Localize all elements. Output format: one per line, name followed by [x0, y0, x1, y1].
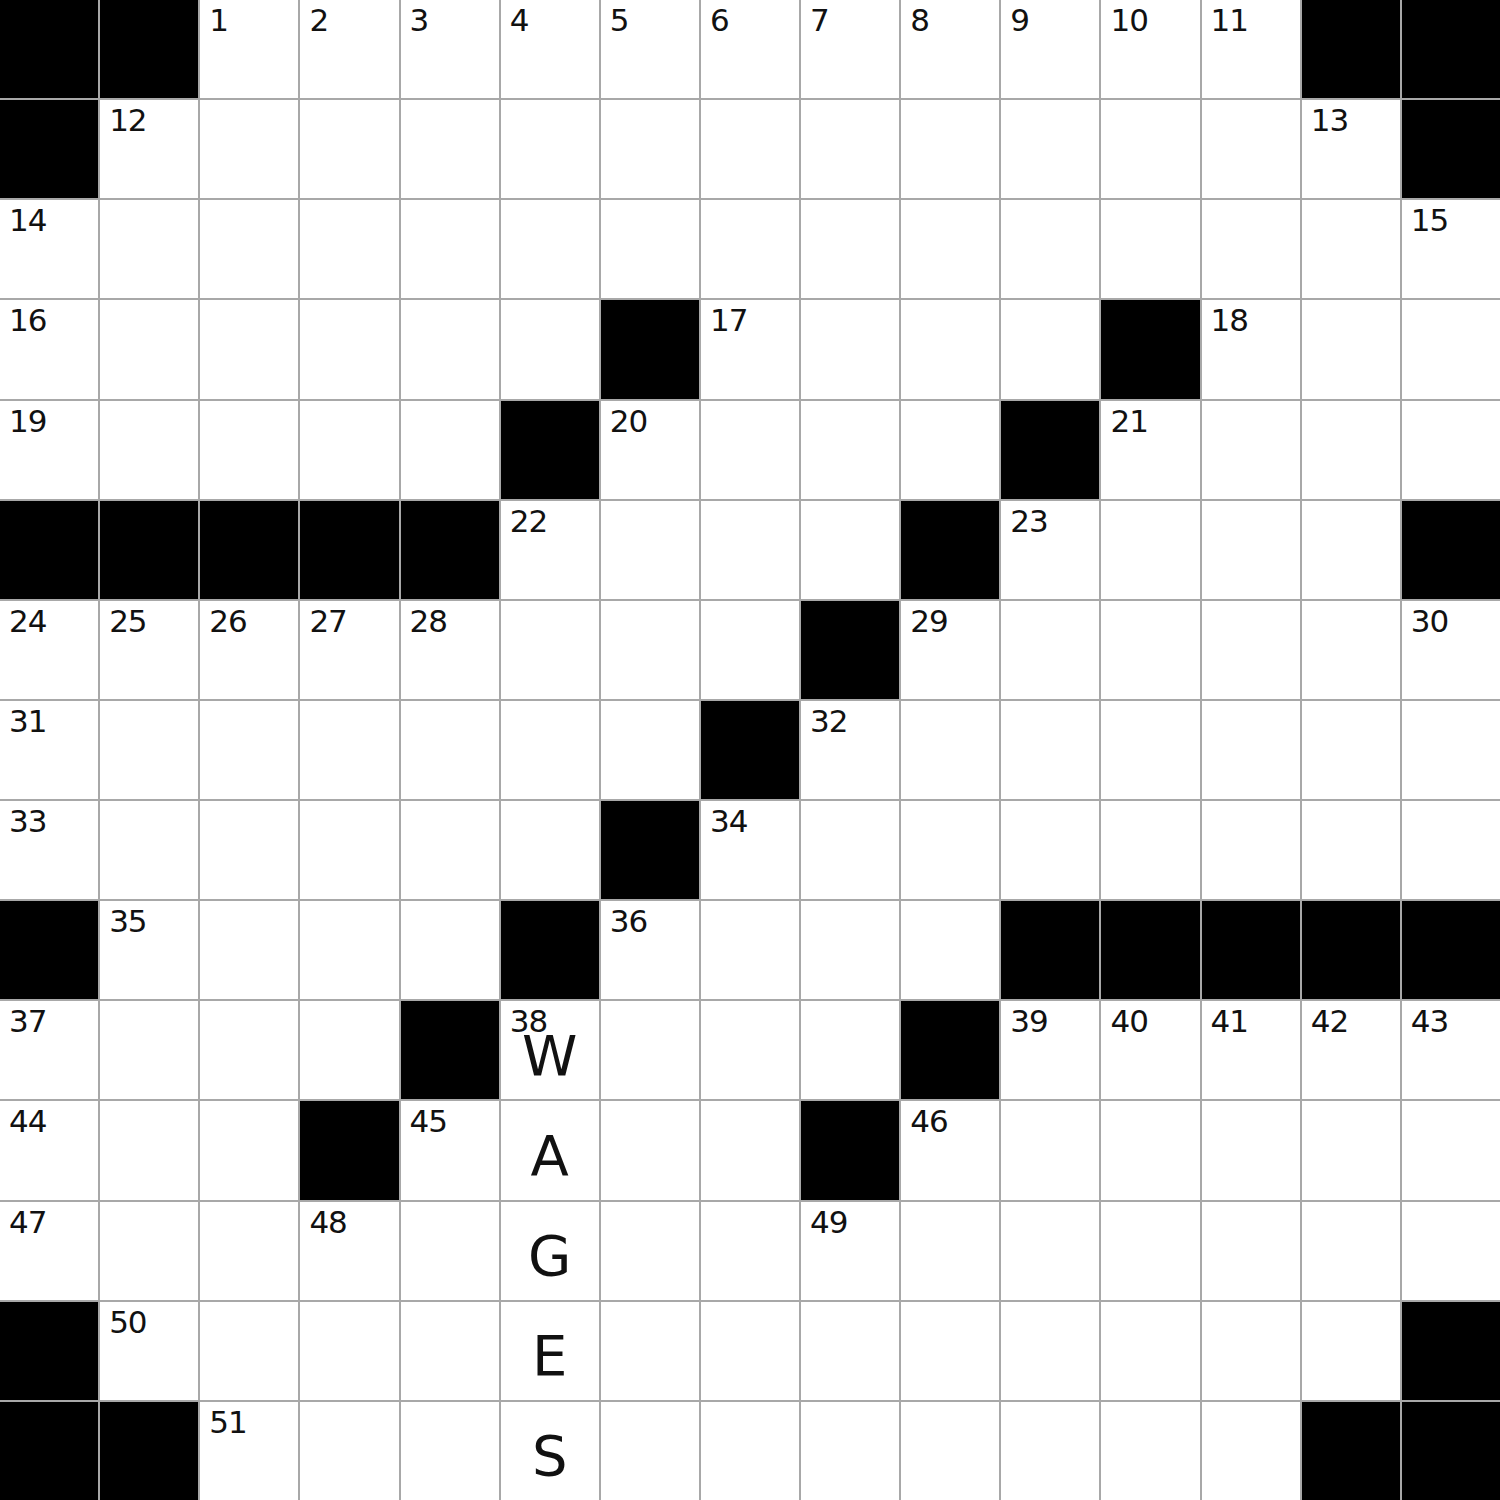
cell-r1c6[interactable]: 4 [501, 0, 599, 98]
cell-r7c1[interactable]: 24 [0, 601, 98, 699]
cell-r13c4[interactable]: 48 [300, 1202, 398, 1300]
clue-number-17: 17 [710, 305, 747, 336]
black-cell-r14c15 [1402, 1302, 1500, 1400]
clue-number-33: 33 [9, 806, 46, 837]
cell-r9c5[interactable] [401, 801, 499, 899]
cell-r11c6[interactable]: 38W [501, 1001, 599, 1099]
cell-r5c14[interactable] [1302, 401, 1400, 499]
black-cell-r10c15 [1402, 901, 1500, 999]
cell-r2c12[interactable] [1101, 100, 1199, 198]
clue-number-5: 5 [610, 5, 629, 36]
cell-r3c4[interactable] [300, 200, 398, 298]
cell-r10c2[interactable]: 35 [100, 901, 198, 999]
cell-r1c9[interactable]: 7 [801, 0, 899, 98]
clue-number-14: 14 [9, 205, 46, 236]
black-cell-r15c15 [1402, 1402, 1500, 1500]
cell-r15c6[interactable]: S [501, 1402, 599, 1500]
black-cell-r12c9 [801, 1101, 899, 1199]
cell-r9c14[interactable] [1302, 801, 1400, 899]
cell-r5c8[interactable] [701, 401, 799, 499]
cell-r5c1[interactable]: 19 [0, 401, 98, 499]
cell-r12c1[interactable]: 44 [0, 1101, 98, 1199]
clue-number-21: 21 [1110, 406, 1147, 437]
black-cell-r4c7 [601, 300, 699, 398]
cell-r2c3[interactable] [200, 100, 298, 198]
clue-number-2: 2 [309, 5, 328, 36]
cell-r15c9[interactable] [801, 1402, 899, 1500]
cell-r5c9[interactable] [801, 401, 899, 499]
cell-r10c4[interactable] [300, 901, 398, 999]
cell-r7c5[interactable]: 28 [401, 601, 499, 699]
cell-r8c9[interactable]: 32 [801, 701, 899, 799]
cell-r6c13[interactable] [1202, 501, 1300, 599]
cell-r9c3[interactable] [200, 801, 298, 899]
clue-number-49: 49 [810, 1207, 847, 1238]
cell-r7c11[interactable] [1001, 601, 1099, 699]
cell-r13c3[interactable] [200, 1202, 298, 1300]
black-cell-r5c6 [501, 401, 599, 499]
cell-r8c14[interactable] [1302, 701, 1400, 799]
cell-r15c8[interactable] [701, 1402, 799, 1500]
cell-r5c2[interactable] [100, 401, 198, 499]
black-cell-r4c12 [1101, 300, 1199, 398]
clue-number-47: 47 [9, 1207, 46, 1238]
black-cell-r2c1 [0, 100, 98, 198]
black-cell-r10c1 [0, 901, 98, 999]
cell-r13c11[interactable] [1001, 1202, 1099, 1300]
cell-r13c2[interactable] [100, 1202, 198, 1300]
cell-r8c13[interactable] [1202, 701, 1300, 799]
cell-r4c15[interactable] [1402, 300, 1500, 398]
cell-r8c1[interactable]: 31 [0, 701, 98, 799]
cell-r4c4[interactable] [300, 300, 398, 398]
cell-r3c6[interactable] [501, 200, 599, 298]
cell-r15c12[interactable] [1101, 1402, 1199, 1500]
cell-r14c7[interactable] [601, 1302, 699, 1400]
filled-letter-s: S [501, 1402, 599, 1500]
cell-r9c8[interactable]: 34 [701, 801, 799, 899]
clue-number-34: 34 [710, 806, 747, 837]
clue-number-15: 15 [1411, 205, 1448, 236]
cell-r14c10[interactable] [901, 1302, 999, 1400]
cell-r12c7[interactable] [601, 1101, 699, 1199]
cell-r6c8[interactable] [701, 501, 799, 599]
black-cell-r11c10 [901, 1001, 999, 1099]
cell-r8c7[interactable] [601, 701, 699, 799]
filled-letter-a: A [501, 1101, 599, 1199]
cell-r10c8[interactable] [701, 901, 799, 999]
cell-r1c12[interactable]: 10 [1101, 0, 1199, 98]
cell-r7c8[interactable] [701, 601, 799, 699]
black-cell-r1c2 [100, 0, 198, 98]
cell-r2c7[interactable] [601, 100, 699, 198]
cell-r13c15[interactable] [1402, 1202, 1500, 1300]
cell-r14c13[interactable] [1202, 1302, 1300, 1400]
cell-r1c8[interactable]: 6 [701, 0, 799, 98]
cell-r14c12[interactable] [1101, 1302, 1199, 1400]
cell-r7c4[interactable]: 27 [300, 601, 398, 699]
cell-r12c10[interactable]: 46 [901, 1101, 999, 1199]
cell-r4c14[interactable] [1302, 300, 1400, 398]
cell-r3c10[interactable] [901, 200, 999, 298]
cell-r8c6[interactable] [501, 701, 599, 799]
cell-r6c6[interactable]: 22 [501, 501, 599, 599]
black-cell-r6c5 [401, 501, 499, 599]
cell-r4c6[interactable] [501, 300, 599, 398]
cell-r2c10[interactable] [901, 100, 999, 198]
cell-r11c15[interactable]: 43 [1402, 1001, 1500, 1099]
black-cell-r12c4 [300, 1101, 398, 1199]
crossword-board: 1234567891011121314151617181920212223242… [0, 0, 1500, 1500]
black-cell-r6c10 [901, 501, 999, 599]
clue-number-27: 27 [309, 606, 346, 637]
cell-r10c3[interactable] [200, 901, 298, 999]
cell-r7c7[interactable] [601, 601, 699, 699]
cell-r3c13[interactable] [1202, 200, 1300, 298]
clue-number-43: 43 [1411, 1006, 1448, 1037]
cell-r9c11[interactable] [1001, 801, 1099, 899]
cell-r4c10[interactable] [901, 300, 999, 398]
clue-number-8: 8 [910, 5, 929, 36]
cell-r3c14[interactable] [1302, 200, 1400, 298]
cell-r11c7[interactable] [601, 1001, 699, 1099]
cell-r3c1[interactable]: 14 [0, 200, 98, 298]
cell-r15c10[interactable] [901, 1402, 999, 1500]
cell-r5c3[interactable] [200, 401, 298, 499]
clue-number-30: 30 [1411, 606, 1448, 637]
cell-r12c3[interactable] [200, 1101, 298, 1199]
cell-r11c11[interactable]: 39 [1001, 1001, 1099, 1099]
cell-r1c10[interactable]: 8 [901, 0, 999, 98]
cell-r12c2[interactable] [100, 1101, 198, 1199]
cell-r5c15[interactable] [1402, 401, 1500, 499]
cell-r12c8[interactable] [701, 1101, 799, 1199]
cell-r12c12[interactable] [1101, 1101, 1199, 1199]
cell-r13c8[interactable] [701, 1202, 799, 1300]
cell-r4c3[interactable] [200, 300, 298, 398]
black-cell-r15c14 [1302, 1402, 1400, 1500]
cell-r14c11[interactable] [1001, 1302, 1099, 1400]
clue-number-44: 44 [9, 1106, 46, 1137]
clue-number-7: 7 [810, 5, 829, 36]
cell-r13c14[interactable] [1302, 1202, 1400, 1300]
cell-r12c14[interactable] [1302, 1101, 1400, 1199]
cell-r4c11[interactable] [1001, 300, 1099, 398]
clue-number-37: 37 [9, 1006, 46, 1037]
clue-number-24: 24 [9, 606, 46, 637]
cell-r14c5[interactable] [401, 1302, 499, 1400]
cell-r12c11[interactable] [1001, 1101, 1099, 1199]
cell-r13c5[interactable] [401, 1202, 499, 1300]
cell-r3c15[interactable]: 15 [1402, 200, 1500, 298]
clue-number-39: 39 [1010, 1006, 1047, 1037]
black-cell-r1c14 [1302, 0, 1400, 98]
black-cell-r5c11 [1001, 401, 1099, 499]
cell-r6c11[interactable]: 23 [1001, 501, 1099, 599]
black-cell-r10c14 [1302, 901, 1400, 999]
cell-r11c12[interactable]: 40 [1101, 1001, 1199, 1099]
cell-r8c5[interactable] [401, 701, 499, 799]
cell-r6c14[interactable] [1302, 501, 1400, 599]
cell-r5c5[interactable] [401, 401, 499, 499]
cell-r12c15[interactable] [1402, 1101, 1500, 1199]
clue-number-46: 46 [910, 1106, 947, 1137]
cell-r4c1[interactable]: 16 [0, 300, 98, 398]
clue-number-31: 31 [9, 706, 46, 737]
filled-letter-w: W [501, 1001, 599, 1099]
cell-r15c3[interactable]: 51 [200, 1402, 298, 1500]
cell-r9c2[interactable] [100, 801, 198, 899]
cell-r13c13[interactable] [1202, 1202, 1300, 1300]
cell-r8c2[interactable] [100, 701, 198, 799]
cell-r7c6[interactable] [501, 601, 599, 699]
cell-r4c2[interactable] [100, 300, 198, 398]
clue-number-41: 41 [1211, 1006, 1248, 1037]
cell-r14c6[interactable]: E [501, 1302, 599, 1400]
cell-r5c13[interactable] [1202, 401, 1300, 499]
clue-number-36: 36 [610, 906, 647, 937]
clue-number-45: 45 [410, 1106, 447, 1137]
cell-r9c15[interactable] [1402, 801, 1500, 899]
cell-r9c1[interactable]: 33 [0, 801, 98, 899]
cell-r2c9[interactable] [801, 100, 899, 198]
cell-r1c7[interactable]: 5 [601, 0, 699, 98]
cell-r5c7[interactable]: 20 [601, 401, 699, 499]
cell-r7c13[interactable] [1202, 601, 1300, 699]
cell-r10c9[interactable] [801, 901, 899, 999]
cell-r14c4[interactable] [300, 1302, 398, 1400]
clue-number-26: 26 [209, 606, 246, 637]
clue-number-9: 9 [1010, 5, 1029, 36]
cell-r9c4[interactable] [300, 801, 398, 899]
cell-r14c2[interactable]: 50 [100, 1302, 198, 1400]
black-cell-r6c3 [200, 501, 298, 599]
cell-r2c11[interactable] [1001, 100, 1099, 198]
cell-r1c13[interactable]: 11 [1202, 0, 1300, 98]
cell-r11c3[interactable] [200, 1001, 298, 1099]
clue-number-20: 20 [610, 406, 647, 437]
cell-r6c7[interactable] [601, 501, 699, 599]
cell-r15c7[interactable] [601, 1402, 699, 1500]
cell-r2c2[interactable]: 12 [100, 100, 198, 198]
filled-letter-g: G [501, 1202, 599, 1300]
black-cell-r14c1 [0, 1302, 98, 1400]
cell-r2c14[interactable]: 13 [1302, 100, 1400, 198]
cell-r11c14[interactable]: 42 [1302, 1001, 1400, 1099]
clue-number-42: 42 [1311, 1006, 1348, 1037]
cell-r1c5[interactable]: 3 [401, 0, 499, 98]
cell-r11c13[interactable]: 41 [1202, 1001, 1300, 1099]
cell-r9c10[interactable] [901, 801, 999, 899]
black-cell-r7c9 [801, 601, 899, 699]
cell-r11c9[interactable] [801, 1001, 899, 1099]
clue-number-32: 32 [810, 706, 847, 737]
clue-number-19: 19 [9, 406, 46, 437]
cell-r9c6[interactable] [501, 801, 599, 899]
cell-r15c4[interactable] [300, 1402, 398, 1500]
cell-r11c4[interactable] [300, 1001, 398, 1099]
black-cell-r10c6 [501, 901, 599, 999]
black-cell-r9c7 [601, 801, 699, 899]
black-cell-r1c1 [0, 0, 98, 98]
black-cell-r11c5 [401, 1001, 499, 1099]
black-cell-r6c2 [100, 501, 198, 599]
cell-r2c4[interactable] [300, 100, 398, 198]
black-cell-r10c13 [1202, 901, 1300, 999]
filled-letter-e: E [501, 1302, 599, 1400]
black-cell-r8c8 [701, 701, 799, 799]
cell-r7c2[interactable]: 25 [100, 601, 198, 699]
black-cell-r2c15 [1402, 100, 1500, 198]
cell-r8c3[interactable] [200, 701, 298, 799]
cell-r3c9[interactable] [801, 200, 899, 298]
clue-number-18: 18 [1211, 305, 1248, 336]
clue-number-23: 23 [1010, 506, 1047, 537]
cell-r2c8[interactable] [701, 100, 799, 198]
cell-r3c5[interactable] [401, 200, 499, 298]
cell-r4c13[interactable]: 18 [1202, 300, 1300, 398]
black-cell-r15c1 [0, 1402, 98, 1500]
cell-r14c14[interactable] [1302, 1302, 1400, 1400]
cell-r10c7[interactable]: 36 [601, 901, 699, 999]
cell-r7c12[interactable] [1101, 601, 1199, 699]
cell-r12c6[interactable]: A [501, 1101, 599, 1199]
clue-number-40: 40 [1110, 1006, 1147, 1037]
cell-r9c13[interactable] [1202, 801, 1300, 899]
cell-r13c7[interactable] [601, 1202, 699, 1300]
cell-r3c11[interactable] [1001, 200, 1099, 298]
clue-number-11: 11 [1211, 5, 1248, 36]
clue-number-6: 6 [710, 5, 729, 36]
cell-r2c13[interactable] [1202, 100, 1300, 198]
clue-number-1: 1 [209, 5, 228, 36]
cell-r3c8[interactable] [701, 200, 799, 298]
cell-r8c11[interactable] [1001, 701, 1099, 799]
clue-number-22: 22 [510, 506, 547, 537]
cell-r3c12[interactable] [1101, 200, 1199, 298]
cell-r7c3[interactable]: 26 [200, 601, 298, 699]
cell-r11c8[interactable] [701, 1001, 799, 1099]
cell-r5c12[interactable]: 21 [1101, 401, 1199, 499]
cell-r12c5[interactable]: 45 [401, 1101, 499, 1199]
clue-number-35: 35 [109, 906, 146, 937]
cell-r7c10[interactable]: 29 [901, 601, 999, 699]
clue-number-51: 51 [209, 1407, 246, 1438]
cell-r14c9[interactable] [801, 1302, 899, 1400]
cell-r5c10[interactable] [901, 401, 999, 499]
cell-r3c2[interactable] [100, 200, 198, 298]
clue-number-4: 4 [510, 5, 529, 36]
clue-number-48: 48 [309, 1207, 346, 1238]
cell-r5c4[interactable] [300, 401, 398, 499]
cell-r13c6[interactable]: G [501, 1202, 599, 1300]
cell-r14c8[interactable] [701, 1302, 799, 1400]
cell-r12c13[interactable] [1202, 1101, 1300, 1199]
cell-r9c12[interactable] [1101, 801, 1199, 899]
cell-r1c3[interactable]: 1 [200, 0, 298, 98]
clue-number-28: 28 [410, 606, 447, 637]
cell-r15c11[interactable] [1001, 1402, 1099, 1500]
clue-number-10: 10 [1110, 5, 1147, 36]
cell-r4c8[interactable]: 17 [701, 300, 799, 398]
cell-r13c10[interactable] [901, 1202, 999, 1300]
cell-r1c11[interactable]: 9 [1001, 0, 1099, 98]
clue-number-50: 50 [109, 1307, 146, 1338]
cell-r4c9[interactable] [801, 300, 899, 398]
cell-r13c9[interactable]: 49 [801, 1202, 899, 1300]
cell-r15c5[interactable] [401, 1402, 499, 1500]
black-cell-r15c2 [100, 1402, 198, 1500]
cell-r7c15[interactable]: 30 [1402, 601, 1500, 699]
cell-r6c12[interactable] [1101, 501, 1199, 599]
black-cell-r10c12 [1101, 901, 1199, 999]
clue-number-13: 13 [1311, 105, 1348, 136]
cell-r11c1[interactable]: 37 [0, 1001, 98, 1099]
black-cell-r1c15 [1402, 0, 1500, 98]
cell-r10c10[interactable] [901, 901, 999, 999]
clue-number-29: 29 [910, 606, 947, 637]
clue-number-12: 12 [109, 105, 146, 136]
cell-r9c9[interactable] [801, 801, 899, 899]
cell-r8c10[interactable] [901, 701, 999, 799]
clue-number-16: 16 [9, 305, 46, 336]
cell-r15c13[interactable] [1202, 1402, 1300, 1500]
black-cell-r10c11 [1001, 901, 1099, 999]
black-cell-r6c15 [1402, 501, 1500, 599]
cell-r3c7[interactable] [601, 200, 699, 298]
cell-r13c12[interactable] [1101, 1202, 1199, 1300]
cell-r2c6[interactable] [501, 100, 599, 198]
cell-r8c15[interactable] [1402, 701, 1500, 799]
cell-r14c3[interactable] [200, 1302, 298, 1400]
cell-r11c2[interactable] [100, 1001, 198, 1099]
cell-r4c5[interactable] [401, 300, 499, 398]
cell-r2c5[interactable] [401, 100, 499, 198]
cell-r8c4[interactable] [300, 701, 398, 799]
cell-r6c9[interactable] [801, 501, 899, 599]
clue-number-3: 3 [410, 5, 429, 36]
cell-r1c4[interactable]: 2 [300, 0, 398, 98]
cell-r7c14[interactable] [1302, 601, 1400, 699]
cell-r13c1[interactable]: 47 [0, 1202, 98, 1300]
cell-r3c3[interactable] [200, 200, 298, 298]
black-cell-r6c1 [0, 501, 98, 599]
black-cell-r6c4 [300, 501, 398, 599]
clue-number-25: 25 [109, 606, 146, 637]
cell-r10c5[interactable] [401, 901, 499, 999]
cell-r8c12[interactable] [1101, 701, 1199, 799]
